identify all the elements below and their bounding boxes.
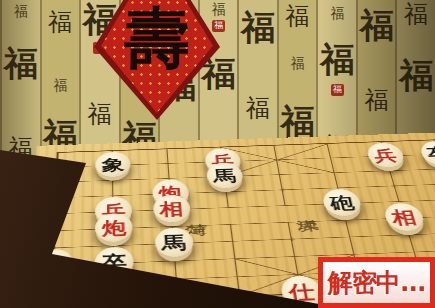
fu-character: 福 (320, 42, 354, 76)
fu-character: 福 (291, 56, 305, 70)
piece-character: 炮 (102, 218, 126, 236)
fu-character: 福 (360, 8, 394, 42)
status-box: 解密中... (318, 257, 435, 308)
piece-character: 象 (102, 156, 125, 172)
fu-character: 福 (241, 10, 275, 44)
fu-character: 福 (4, 46, 38, 80)
piece-character: 卒 (102, 252, 127, 271)
piece-character: 砲 (329, 194, 356, 211)
board-point-marker: ✚ (278, 188, 287, 193)
fu-character: 福 (14, 4, 28, 18)
fu-character: 福 (365, 88, 389, 112)
piece-character: 馬 (161, 233, 187, 252)
board-point-marker: ✚ (287, 236, 296, 241)
piece-character: 馬 (212, 167, 237, 183)
status-text: 解密中... (323, 266, 426, 299)
piece-character: 兵 (372, 147, 399, 163)
fu-character: 福 (399, 58, 433, 92)
fu-character: 福 (281, 104, 315, 138)
board-point-marker: ✚ (390, 184, 399, 189)
fu-character: 福 (331, 84, 344, 96)
fu-character: 福 (48, 10, 72, 34)
piece-character: 仕 (287, 282, 316, 302)
piece-character: 相 (159, 200, 184, 217)
xiangqi-photo-scene: 福福福福福福福福福福福福福福福福福福福福福福福福福福福福福福福福福福福 壽 楚河… (0, 0, 435, 308)
fu-character: 福 (404, 2, 428, 26)
fu-character: 福 (212, 20, 225, 32)
fu-character: 福 (330, 6, 344, 20)
piece-character: 車 (41, 255, 67, 274)
fu-character: 福 (88, 102, 112, 126)
shou-character: 壽 (124, 0, 190, 84)
board-point-marker: ✚ (404, 232, 414, 237)
fu-character: 福 (9, 136, 33, 160)
fu-character: 福 (53, 78, 67, 92)
fu-character: 福 (246, 96, 270, 120)
board-point-marker: ✚ (53, 196, 61, 201)
board-point-marker: ✚ (109, 178, 117, 183)
fu-character: 福 (286, 4, 310, 28)
piece-character: 卒 (425, 146, 435, 162)
fu-character: 福 (212, 2, 226, 16)
piece-character: 相 (389, 208, 418, 226)
